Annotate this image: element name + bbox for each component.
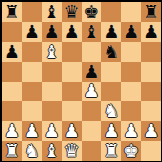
square-c5[interactable] [42,62,62,82]
square-h8[interactable]: ♜ [141,2,161,22]
piece-black-bishop[interactable]: ♝ [83,22,99,40]
piece-black-pawn[interactable]: ♟ [123,22,139,40]
piece-white-queen[interactable]: ♛ [63,142,79,160]
square-b4[interactable] [22,82,42,102]
piece-white-pawn[interactable]: ♟ [143,122,159,140]
square-d3[interactable] [62,101,82,121]
piece-white-pawn[interactable]: ♟ [103,122,119,140]
square-c7[interactable]: ♟ [42,22,62,42]
square-a4[interactable] [2,82,22,102]
square-a8[interactable]: ♜ [2,2,22,22]
piece-white-pawn[interactable]: ♟ [83,82,99,100]
square-h7[interactable]: ♟ [141,22,161,42]
square-f6[interactable]: ♞ [101,42,121,62]
square-e5[interactable]: ♟ [82,62,102,82]
piece-white-knight[interactable]: ♞ [24,142,40,160]
square-e6[interactable] [82,42,102,62]
square-a7[interactable] [2,22,22,42]
square-c2[interactable]: ♟ [42,121,62,141]
square-e7[interactable]: ♝ [82,22,102,42]
square-e4[interactable]: ♟ [82,82,102,102]
square-g2[interactable]: ♟ [121,121,141,141]
piece-white-rook[interactable]: ♜ [103,142,119,160]
square-h4[interactable] [141,82,161,102]
piece-black-rook[interactable]: ♜ [143,2,159,20]
square-c4[interactable] [42,82,62,102]
square-b1[interactable]: ♞ [22,141,42,161]
piece-black-bishop[interactable]: ♝ [44,2,60,20]
chess-board-frame: ♜♝♛♚♜♟♟♟♝♟♟♟♟♝♞♟♟♞♟♟♟♟♟♟♟♜♞♝♛♜♚ [0,0,162,162]
piece-black-knight[interactable]: ♞ [103,42,119,60]
square-e1[interactable] [82,141,102,161]
square-b3[interactable] [22,101,42,121]
piece-black-pawn[interactable]: ♟ [4,42,20,60]
square-a5[interactable] [2,62,22,82]
piece-black-pawn[interactable]: ♟ [83,62,99,80]
piece-white-rook[interactable]: ♜ [4,142,20,160]
square-h6[interactable] [141,42,161,62]
square-f8[interactable] [101,2,121,22]
square-d2[interactable]: ♟ [62,121,82,141]
piece-black-pawn[interactable]: ♟ [44,22,60,40]
piece-white-pawn[interactable]: ♟ [24,122,40,140]
piece-white-pawn[interactable]: ♟ [4,122,20,140]
square-g3[interactable] [121,101,141,121]
square-d7[interactable]: ♟ [62,22,82,42]
square-g6[interactable] [121,42,141,62]
square-c8[interactable]: ♝ [42,2,62,22]
square-c6[interactable]: ♝ [42,42,62,62]
square-b8[interactable] [22,2,42,22]
square-f7[interactable]: ♟ [101,22,121,42]
piece-black-pawn[interactable]: ♟ [103,22,119,40]
square-d4[interactable] [62,82,82,102]
square-d6[interactable] [62,42,82,62]
square-b2[interactable]: ♟ [22,121,42,141]
square-g4[interactable] [121,82,141,102]
square-f4[interactable] [101,82,121,102]
square-e2[interactable] [82,121,102,141]
piece-black-king[interactable]: ♚ [83,2,99,20]
square-f1[interactable]: ♜ [101,141,121,161]
square-g1[interactable]: ♚ [121,141,141,161]
square-c3[interactable] [42,101,62,121]
square-e8[interactable]: ♚ [82,2,102,22]
piece-black-queen[interactable]: ♛ [63,2,79,20]
square-h3[interactable] [141,101,161,121]
piece-black-pawn[interactable]: ♟ [143,22,159,40]
square-a3[interactable] [2,101,22,121]
square-f3[interactable]: ♞ [101,101,121,121]
piece-white-pawn[interactable]: ♟ [44,122,60,140]
piece-black-rook[interactable]: ♜ [4,2,20,20]
square-g5[interactable] [121,62,141,82]
piece-white-bishop[interactable]: ♝ [44,142,60,160]
square-e3[interactable] [82,101,102,121]
square-b7[interactable]: ♟ [22,22,42,42]
square-d8[interactable]: ♛ [62,2,82,22]
square-a6[interactable]: ♟ [2,42,22,62]
square-g7[interactable]: ♟ [121,22,141,42]
chess-board: ♜♝♛♚♜♟♟♟♝♟♟♟♟♝♞♟♟♞♟♟♟♟♟♟♟♜♞♝♛♜♚ [2,2,161,161]
square-h2[interactable]: ♟ [141,121,161,141]
piece-black-pawn[interactable]: ♟ [24,22,40,40]
square-a2[interactable]: ♟ [2,121,22,141]
square-a1[interactable]: ♜ [2,141,22,161]
square-h5[interactable] [141,62,161,82]
square-b6[interactable] [22,42,42,62]
square-d5[interactable] [62,62,82,82]
square-b5[interactable] [22,62,42,82]
piece-white-pawn[interactable]: ♟ [63,122,79,140]
piece-white-knight[interactable]: ♞ [103,102,119,120]
piece-black-pawn[interactable]: ♟ [63,22,79,40]
square-d1[interactable]: ♛ [62,141,82,161]
square-f5[interactable] [101,62,121,82]
square-c1[interactable]: ♝ [42,141,62,161]
square-h1[interactable] [141,141,161,161]
piece-white-king[interactable]: ♚ [123,142,139,160]
piece-white-pawn[interactable]: ♟ [123,122,139,140]
square-f2[interactable]: ♟ [101,121,121,141]
square-g8[interactable] [121,2,141,22]
piece-white-bishop[interactable]: ♝ [44,42,60,60]
